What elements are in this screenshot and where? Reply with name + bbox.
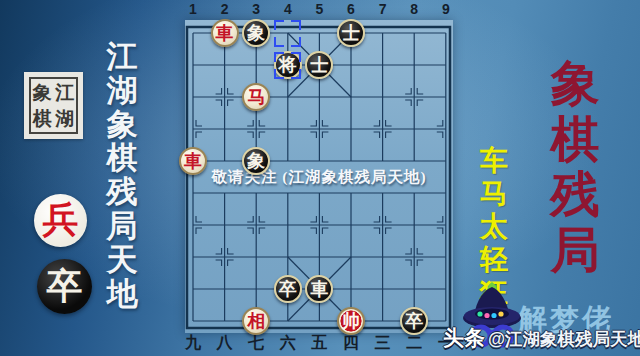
black-pawn-badge: 卒 [37, 259, 92, 314]
piece-black-象[interactable]: 象 [242, 147, 270, 175]
file-label-top: 2 [214, 1, 236, 17]
piece-black-士[interactable]: 士 [337, 19, 365, 47]
file-label-top: 1 [182, 1, 204, 17]
file-label-top: 7 [372, 1, 394, 17]
piece-black-卒[interactable]: 卒 [400, 307, 428, 335]
file-label-top: 8 [403, 1, 425, 17]
piece-red-马[interactable]: 马 [242, 83, 270, 111]
file-label-bottom: 二 [403, 333, 425, 354]
file-label-bottom: 九 [182, 333, 204, 354]
xiangqi-board[interactable]: 敬请关注 (江湖象棋残局天地) 車象士将士马車象卒車相帅卒 [185, 20, 453, 333]
file-label-top: 5 [308, 1, 330, 17]
file-label-top: 6 [340, 1, 362, 17]
piece-red-king-帅[interactable]: 帅 [337, 307, 365, 335]
file-label-bottom: 五 [308, 333, 330, 354]
footer-watermark: 头条 @江湖象棋残局天地 [443, 324, 640, 352]
seal-char: 棋 [33, 109, 52, 128]
file-label-top: 9 [435, 1, 457, 17]
piece-red-相[interactable]: 相 [242, 307, 270, 335]
right-vertical-title: 象棋残局 [546, 56, 604, 278]
file-label-top: 3 [245, 1, 267, 17]
file-label-bottom: 四 [340, 333, 362, 354]
piece-red-車[interactable]: 車 [211, 19, 239, 47]
river-text: 敬请关注 (江湖象棋残局天地) [185, 167, 453, 188]
file-label-top: 4 [277, 1, 299, 17]
file-label-bottom: 六 [277, 333, 299, 354]
left-vertical-title: 江湖象棋残局天地 [101, 40, 143, 310]
file-label-bottom: 三 [372, 333, 394, 354]
toutiao-logo-text: 头条 [443, 324, 485, 352]
file-label-bottom: 八 [214, 333, 236, 354]
red-pawn-badge: 兵 [34, 194, 87, 247]
piece-red-車[interactable]: 車 [179, 147, 207, 175]
piece-black-象[interactable]: 象 [242, 19, 270, 47]
seal-char: 象 [33, 83, 52, 102]
piece-black-将[interactable]: 将 [274, 51, 302, 79]
xiangqi-thumbnail: 象江棋湖 江湖象棋残局天地 兵 卒 敬请关注 (江湖象棋残局天地) 車象士将士马… [0, 0, 640, 356]
seal-grid: 象江棋湖 [29, 77, 78, 134]
seal-char: 江 [55, 83, 74, 102]
seal-char: 湖 [55, 109, 74, 128]
file-label-bottom: 七 [245, 333, 267, 354]
account-name: @江湖象棋残局天地 [488, 327, 640, 351]
seal-stamp: 象江棋湖 [24, 72, 83, 139]
piece-black-卒[interactable]: 卒 [274, 275, 302, 303]
